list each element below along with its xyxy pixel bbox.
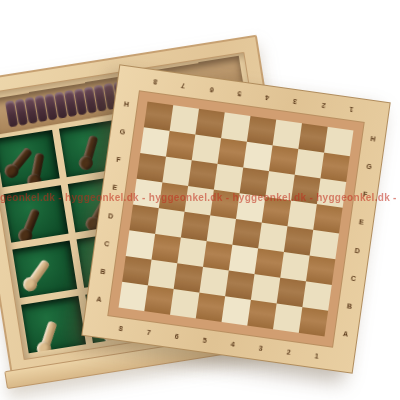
board-square	[306, 256, 335, 285]
board-square	[273, 303, 302, 332]
board-square	[229, 245, 258, 274]
product-photo: 87654321 87654321 HGFEDCBA HGFEDCBA geon…	[0, 0, 400, 400]
board-square	[258, 223, 287, 252]
coordinate-label: H	[360, 123, 387, 154]
board-square	[222, 296, 251, 325]
board-square	[287, 200, 316, 229]
board-square	[203, 241, 232, 270]
board-square	[214, 164, 243, 193]
coordinate-label: 1	[301, 343, 332, 370]
board-square	[170, 105, 199, 134]
board-square	[188, 160, 217, 189]
board-square	[313, 204, 342, 233]
dark-chess-piece	[83, 135, 99, 162]
coordinate-label: A	[332, 319, 359, 350]
board-square	[174, 263, 203, 292]
board-square	[310, 230, 339, 259]
board-square	[225, 270, 254, 299]
light-chess-piece	[41, 321, 58, 349]
board-square	[295, 149, 324, 178]
coordinate-label: E	[348, 207, 375, 238]
board-squares	[119, 102, 354, 337]
dark-chess-piece	[31, 152, 45, 179]
board-square	[129, 205, 158, 234]
coordinate-label: 4	[217, 331, 248, 358]
board-square	[273, 120, 302, 149]
light-chess-piece	[28, 259, 50, 285]
board-square	[170, 289, 199, 318]
board-square	[269, 145, 298, 174]
board-square	[320, 153, 349, 182]
board-square	[199, 267, 228, 296]
board-square	[255, 248, 284, 277]
coordinate-label: 7	[133, 319, 164, 346]
board-square	[152, 234, 181, 263]
board-square	[299, 307, 328, 336]
board-square	[144, 102, 173, 131]
board-square	[148, 260, 177, 289]
board-square	[302, 281, 331, 310]
board-square	[221, 112, 250, 141]
board-square	[166, 131, 195, 160]
coordinate-label: 6	[161, 323, 192, 350]
board-square	[196, 293, 225, 322]
board-square	[195, 109, 224, 138]
board-square	[232, 219, 261, 248]
coordinate-label: G	[356, 151, 383, 182]
felt-compartment	[0, 130, 60, 188]
coordinate-label: D	[344, 235, 371, 266]
coordinate-label: 8	[105, 315, 136, 342]
board-square	[177, 238, 206, 267]
dark-chess-piece	[10, 147, 33, 173]
board-square	[207, 215, 236, 244]
board-square	[277, 278, 306, 307]
board-square	[162, 157, 191, 186]
coordinate-label: 2	[273, 339, 304, 366]
board-square	[140, 127, 169, 156]
board-square	[284, 226, 313, 255]
board-square	[155, 208, 184, 237]
board-square	[280, 252, 309, 281]
board-square	[192, 135, 221, 164]
board-square	[324, 127, 353, 156]
board-square	[247, 300, 276, 329]
board-square	[144, 285, 173, 314]
coordinate-label: C	[340, 263, 367, 294]
chess-board: 87654321 87654321 HGFEDCBA HGFEDCBA	[81, 64, 390, 373]
board-square	[181, 212, 210, 241]
watermark-text: geonkel.dk - hyggeonkel.dk - hyggeonkel.…	[0, 192, 400, 203]
board-square	[217, 138, 246, 167]
board-square	[119, 282, 148, 311]
coordinate-label: 3	[245, 335, 276, 362]
board-square	[243, 142, 272, 171]
board-square	[122, 256, 151, 285]
felt-compartment	[21, 296, 86, 354]
felt-compartment	[12, 240, 77, 298]
board-playfield	[108, 91, 363, 346]
board-square	[126, 230, 155, 259]
board-square	[137, 153, 166, 182]
coordinate-label: B	[336, 291, 363, 322]
board-square	[298, 123, 327, 152]
dark-chess-piece	[22, 208, 40, 235]
board-square	[251, 274, 280, 303]
coordinate-label: 5	[189, 327, 220, 354]
board-square	[247, 116, 276, 145]
